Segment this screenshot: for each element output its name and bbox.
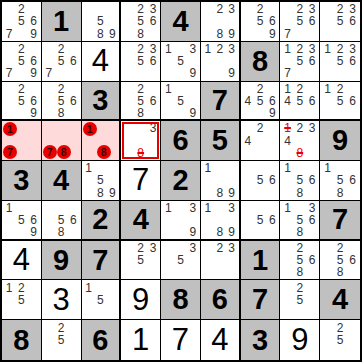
cell-r9c8[interactable]: 9	[280, 320, 320, 360]
candidate-7[interactable]: 7	[281, 28, 293, 40]
cell-r8c6[interactable]: 6	[201, 280, 241, 320]
candidate-6[interactable]: 6	[346, 95, 359, 107]
candidate-1[interactable]: 1	[162, 83, 174, 95]
cell-r1c4[interactable]: 23568	[121, 2, 161, 42]
cell-r8c2[interactable]: 3	[42, 280, 82, 320]
cell-r9c5[interactable]: 7	[161, 320, 201, 360]
candidate-empty	[254, 187, 266, 199]
candidate-empty	[122, 43, 134, 55]
candidate-9[interactable]: 9	[226, 187, 238, 199]
candidate-8[interactable]: 8	[294, 266, 306, 278]
candidate-empty	[346, 187, 359, 199]
cell-r6c2[interactable]: 568	[42, 201, 82, 241]
candidate-grid: 12456	[280, 82, 319, 120]
candidate-3[interactable]: 3	[187, 43, 199, 55]
candidate-empty	[334, 107, 347, 119]
candidate-7[interactable]: 7	[3, 28, 15, 40]
cell-r4c3[interactable]: 18	[82, 121, 122, 161]
candidate-2[interactable]: 2	[334, 321, 347, 334]
candidate-5[interactable]: 5	[294, 294, 306, 306]
candidate-9[interactable]: 9	[266, 28, 278, 40]
cell-r4c9[interactable]: 9	[320, 121, 360, 161]
cell-r8c4[interactable]: 9	[121, 280, 161, 320]
candidate-5[interactable]: 5	[55, 334, 67, 347]
candidate-empty	[122, 95, 134, 107]
candidate-7[interactable]: 7	[43, 145, 57, 159]
cell-r9c3[interactable]: 6	[82, 320, 122, 360]
cell-r3c5[interactable]: 159	[161, 82, 201, 122]
candidate-1[interactable]: 1	[321, 43, 334, 55]
given-digit: 8	[161, 280, 200, 319]
candidate-empty	[242, 226, 254, 238]
candidate-empty	[321, 187, 334, 199]
candidate-9[interactable]: 9	[28, 67, 40, 79]
candidate-9[interactable]: 9	[28, 28, 40, 40]
cell-r2c8[interactable]: 123567	[280, 42, 320, 82]
candidate-7[interactable]: 7	[43, 67, 55, 79]
cell-r7c6[interactable]: 23	[201, 241, 241, 281]
candidate-8[interactable]: 8	[55, 107, 67, 119]
candidate-2[interactable]: 2	[254, 122, 266, 134]
candidate-2[interactable]: 2	[254, 83, 266, 95]
candidate-8[interactable]: 8	[294, 147, 306, 159]
candidate-1[interactable]: 1	[3, 122, 17, 136]
candidate-5[interactable]: 5	[15, 55, 27, 67]
candidate-empty	[187, 254, 199, 266]
candidate-5[interactable]: 5	[254, 214, 266, 226]
cell-r7c8[interactable]: 2568	[280, 241, 320, 281]
cell-r9c4[interactable]: 1	[121, 320, 161, 360]
cell-r3c9[interactable]: 1256	[320, 82, 360, 122]
candidate-grid: 1389	[201, 201, 239, 239]
candidate-8[interactable]: 8	[334, 187, 347, 199]
candidate-empty	[321, 174, 334, 186]
cell-r1c3[interactable]: 589	[82, 2, 122, 42]
cell-r5c1[interactable]: 3	[2, 161, 42, 201]
candidate-9[interactable]: 9	[266, 107, 278, 119]
cell-r3c4[interactable]: 2568	[121, 82, 161, 122]
candidate-empty	[3, 306, 15, 318]
given-digit: 9	[42, 241, 81, 280]
cell-r8c8[interactable]: 25	[280, 280, 320, 320]
candidate-empty	[306, 147, 318, 159]
candidate-empty	[55, 202, 67, 214]
candidate-empty	[242, 214, 254, 226]
cell-r7c7[interactable]: 1	[241, 241, 281, 281]
candidate-empty	[28, 122, 39, 136]
candidate-1[interactable]: 1	[162, 43, 174, 55]
candidate-5[interactable]: 5	[334, 55, 347, 67]
candidate-empty	[106, 3, 118, 15]
cell-r6c1[interactable]: 1569	[2, 201, 42, 241]
given-digit: 4	[42, 161, 81, 200]
cell-r4c6[interactable]: 5	[201, 121, 241, 161]
candidate-8[interactable]: 8	[135, 107, 147, 119]
cell-r8c1[interactable]: 125	[2, 280, 42, 320]
candidate-1[interactable]: 1	[202, 202, 214, 214]
candidate-empty	[294, 28, 306, 40]
candidate-grid: 1568	[320, 161, 360, 200]
candidate-7[interactable]: 7	[3, 67, 15, 79]
cell-r5c5[interactable]: 2	[161, 161, 201, 201]
candidate-5[interactable]: 5	[174, 254, 186, 266]
candidate-empty	[147, 67, 159, 79]
cell-r2c3[interactable]: 4	[82, 42, 122, 82]
cell-r3c7[interactable]: 24569	[241, 82, 281, 122]
candidate-1[interactable]: 1	[83, 162, 95, 174]
candidate-5[interactable]: 5	[55, 214, 67, 226]
candidate-2[interactable]: 2	[135, 83, 147, 95]
candidate-3[interactable]: 3	[226, 43, 238, 55]
candidate-3[interactable]: 3	[187, 242, 199, 254]
candidate-6[interactable]: 6	[266, 214, 278, 226]
candidate-1[interactable]: 1	[281, 202, 293, 214]
candidate-empty	[97, 136, 111, 145]
candidate-6[interactable]: 6	[147, 15, 159, 27]
candidate-empty	[294, 107, 306, 119]
cell-r6c3[interactable]: 2	[82, 201, 122, 241]
candidate-1[interactable]: 1	[83, 281, 95, 293]
cell-r6c5[interactable]: 139	[161, 201, 201, 241]
candidate-8[interactable]: 8	[55, 226, 67, 238]
cell-r1c5[interactable]: 4	[161, 2, 201, 42]
candidate-5[interactable]: 5	[334, 15, 347, 27]
candidate-7[interactable]: 7	[281, 67, 293, 79]
candidate-1[interactable]: 1	[321, 162, 334, 174]
candidate-empty	[43, 83, 55, 95]
candidate-1[interactable]: 1	[3, 281, 15, 293]
candidate-1[interactable]: 1	[281, 43, 293, 55]
candidate-6[interactable]: 6	[346, 55, 359, 67]
cell-r3c1[interactable]: 2569	[2, 82, 42, 122]
candidate-grid: 2568	[121, 82, 160, 120]
candidate-6[interactable]: 6	[306, 174, 318, 186]
candidate-4[interactable]: 4	[242, 135, 254, 147]
candidate-empty	[321, 28, 334, 40]
candidate-empty	[162, 107, 174, 119]
candidate-empty	[71, 134, 80, 145]
candidate-6[interactable]: 6	[346, 15, 359, 27]
candidate-8[interactable]: 8	[57, 145, 71, 159]
candidate-empty	[3, 226, 15, 238]
candidate-5[interactable]: 5	[15, 95, 27, 107]
candidate-5[interactable]: 5	[174, 55, 186, 67]
cell-r6c4[interactable]: 4	[121, 201, 161, 241]
cell-r5c7[interactable]: 56	[241, 161, 281, 201]
candidate-5[interactable]: 5	[294, 174, 306, 186]
candidate-empty	[67, 83, 79, 95]
cell-r7c5[interactable]: 35	[161, 241, 201, 281]
cell-r9c6[interactable]: 4	[201, 320, 241, 360]
candidate-1[interactable]: 1	[162, 202, 174, 214]
candidate-9[interactable]: 9	[28, 226, 40, 238]
candidate-grid: 23	[201, 241, 239, 280]
candidate-5[interactable]: 5	[135, 254, 147, 266]
candidate-empty	[83, 15, 95, 27]
candidate-empty	[321, 321, 334, 334]
cell-r5c9[interactable]: 1568	[320, 161, 360, 201]
cell-r7c1[interactable]: 4	[2, 241, 42, 281]
candidate-empty	[306, 187, 318, 199]
candidate-empty	[17, 145, 28, 159]
candidate-6[interactable]: 6	[306, 15, 318, 27]
candidate-6[interactable]: 6	[266, 95, 278, 107]
candidate-7[interactable]: 7	[3, 145, 17, 159]
candidate-9[interactable]: 9	[226, 226, 238, 238]
candidate-6[interactable]: 6	[266, 15, 278, 27]
solved-digit: 9	[280, 320, 319, 360]
cell-r7c2[interactable]: 9	[42, 241, 82, 281]
candidate-5[interactable]: 5	[94, 15, 106, 27]
candidate-2[interactable]: 2	[294, 281, 306, 293]
candidate-empty	[147, 107, 159, 119]
candidate-5[interactable]: 5	[254, 174, 266, 186]
candidate-empty	[266, 147, 278, 159]
candidate-6[interactable]: 6	[28, 95, 40, 107]
candidate-5[interactable]: 5	[55, 55, 67, 67]
cell-r7c9[interactable]: 2568	[320, 241, 360, 281]
candidate-8[interactable]: 8	[214, 187, 226, 199]
cell-r1c9[interactable]: 2356	[320, 2, 360, 42]
cell-r6c6[interactable]: 1389	[201, 201, 241, 241]
candidate-5[interactable]: 5	[15, 294, 27, 306]
cell-r5c8[interactable]: 1568	[280, 161, 320, 201]
candidate-8[interactable]: 8	[294, 226, 306, 238]
cell-r5c2[interactable]: 4	[42, 161, 82, 201]
candidate-2[interactable]: 2	[214, 3, 226, 15]
candidate-empty	[321, 254, 334, 266]
candidate-9[interactable]: 9	[226, 67, 238, 79]
candidate-6[interactable]: 6	[346, 254, 359, 266]
candidate-2[interactable]: 2	[214, 43, 226, 55]
candidate-6[interactable]: 6	[67, 214, 79, 226]
candidate-1[interactable]: 1	[83, 122, 97, 136]
cell-r1c6[interactable]: 2389	[201, 2, 241, 42]
cell-r2c9[interactable]: 12356	[320, 42, 360, 82]
candidate-2[interactable]: 2	[294, 83, 306, 95]
cell-r5c3[interactable]: 1589	[82, 161, 122, 201]
candidate-9[interactable]: 9	[226, 28, 238, 40]
candidate-6[interactable]: 6	[67, 95, 79, 107]
candidate-empty	[254, 107, 266, 119]
cell-r5c4[interactable]: 7	[121, 161, 161, 201]
cell-r2c6[interactable]: 1239	[201, 42, 241, 82]
cell-r1c7[interactable]: 2569	[241, 2, 281, 42]
given-digit: 5	[201, 121, 239, 160]
candidate-2[interactable]: 2	[294, 122, 306, 134]
candidate-grid: 2356	[320, 2, 360, 41]
candidate-empty	[83, 136, 97, 145]
cell-r3c8[interactable]: 12456	[280, 82, 320, 122]
candidate-3[interactable]: 3	[147, 242, 159, 254]
cell-r1c1[interactable]: 25679	[2, 2, 42, 42]
candidate-3[interactable]: 3	[306, 122, 318, 134]
candidate-6[interactable]: 6	[306, 55, 318, 67]
cell-r4c7[interactable]: 24	[241, 121, 281, 161]
candidate-1[interactable]: 1	[281, 162, 293, 174]
cell-r2c1[interactable]: 25679	[2, 42, 42, 82]
candidate-empty	[266, 83, 278, 95]
cell-r7c4[interactable]: 235	[121, 241, 161, 281]
candidate-empty	[242, 3, 254, 15]
candidate-3[interactable]: 3	[226, 202, 238, 214]
cell-r3c3[interactable]: 3	[82, 82, 122, 122]
candidate-empty	[106, 15, 118, 27]
candidate-8[interactable]: 8	[294, 187, 306, 199]
cell-r4c1[interactable]: 17	[2, 121, 42, 161]
candidate-9[interactable]: 9	[28, 107, 40, 119]
candidate-8[interactable]: 8	[94, 187, 106, 199]
candidate-3[interactable]: 3	[226, 3, 238, 15]
candidate-5[interactable]: 5	[94, 174, 106, 186]
candidate-1[interactable]: 1	[202, 43, 214, 55]
candidate-9[interactable]: 9	[187, 107, 199, 119]
cell-r4c8[interactable]: 12348	[280, 121, 320, 161]
candidate-3[interactable]: 3	[187, 202, 199, 214]
candidate-2[interactable]: 2	[15, 83, 27, 95]
candidate-5[interactable]: 5	[15, 15, 27, 27]
candidate-9[interactable]: 9	[187, 67, 199, 79]
candidate-empty	[122, 67, 134, 79]
candidate-6[interactable]: 6	[346, 174, 359, 186]
candidate-6[interactable]: 6	[266, 174, 278, 186]
candidate-empty	[43, 321, 55, 334]
cell-r7c3[interactable]: 7	[82, 241, 122, 281]
candidate-5[interactable]: 5	[94, 294, 106, 306]
candidate-4[interactable]: 4	[242, 95, 254, 107]
candidate-empty	[321, 334, 334, 347]
candidate-2[interactable]: 2	[334, 83, 347, 95]
solved-digit: 7	[121, 161, 160, 200]
cell-r6c9[interactable]: 7	[320, 201, 360, 241]
candidate-6[interactable]: 6	[147, 55, 159, 67]
candidate-5[interactable]: 5	[174, 95, 186, 107]
candidate-empty	[242, 174, 254, 186]
candidate-1[interactable]: 1	[202, 162, 214, 174]
cell-r9c2[interactable]: 25	[42, 320, 82, 360]
candidate-5[interactable]: 5	[334, 174, 347, 186]
candidate-empty	[242, 28, 254, 40]
candidate-empty	[122, 254, 134, 266]
candidate-8[interactable]: 8	[135, 28, 147, 40]
candidate-5[interactable]: 5	[334, 95, 347, 107]
given-digit: 2	[82, 201, 120, 239]
candidate-9[interactable]: 9	[106, 187, 118, 199]
candidate-empty	[97, 122, 111, 136]
candidate-1[interactable]: 1	[281, 83, 293, 95]
candidate-5[interactable]: 5	[294, 95, 306, 107]
candidate-8[interactable]: 8	[97, 145, 111, 159]
cell-r9c7[interactable]: 3	[241, 320, 281, 360]
cell-r9c9[interactable]: 25	[320, 320, 360, 360]
cell-r9c1[interactable]: 8	[2, 320, 42, 360]
given-digit: 6	[161, 121, 200, 160]
cell-r8c3[interactable]: 15	[82, 280, 122, 320]
candidate-grid: 123567	[280, 42, 319, 81]
cell-r5c6[interactable]: 189	[201, 161, 241, 201]
candidate-2[interactable]: 2	[55, 83, 67, 95]
cell-r2c7[interactable]: 8	[241, 42, 281, 82]
candidate-5[interactable]: 5	[135, 15, 147, 27]
cell-r8c9[interactable]: 4	[320, 280, 360, 320]
cell-r4c2[interactable]: 78	[42, 121, 82, 161]
candidate-5[interactable]: 5	[334, 334, 347, 347]
given-digit: 8	[241, 42, 280, 81]
candidate-empty	[254, 135, 266, 147]
candidate-empty	[122, 15, 134, 27]
cell-r8c5[interactable]: 8	[161, 280, 201, 320]
candidate-6[interactable]: 6	[28, 15, 40, 27]
candidate-5[interactable]: 5	[294, 15, 306, 27]
cell-r2c5[interactable]: 1359	[161, 42, 201, 82]
candidate-4[interactable]: 4	[281, 135, 293, 147]
candidate-empty	[202, 174, 214, 186]
candidate-5[interactable]: 5	[135, 95, 147, 107]
cell-r2c4[interactable]: 2356	[121, 42, 161, 82]
candidate-2[interactable]: 2	[214, 242, 226, 254]
candidate-grid: 2568	[320, 241, 360, 280]
candidate-3[interactable]: 3	[226, 242, 238, 254]
candidate-8[interactable]: 8	[94, 28, 106, 40]
candidate-empty	[111, 122, 119, 136]
candidate-empty	[147, 83, 159, 95]
candidate-4[interactable]: 4	[281, 95, 293, 107]
candidate-6[interactable]: 6	[306, 95, 318, 107]
candidate-6[interactable]: 6	[306, 254, 318, 266]
solved-digit: 7	[161, 320, 200, 360]
cell-r4c4[interactable]: 38	[121, 121, 161, 161]
cell-r4c5[interactable]: 6	[161, 121, 201, 161]
cell-r3c6[interactable]: 7	[201, 82, 241, 122]
candidate-empty	[135, 122, 147, 134]
candidate-8[interactable]: 8	[214, 226, 226, 238]
candidate-6[interactable]: 6	[67, 55, 79, 67]
candidate-5[interactable]: 5	[15, 214, 27, 226]
cell-r8c7[interactable]: 7	[241, 280, 281, 320]
cell-r6c7[interactable]: 56	[241, 201, 281, 241]
candidate-1[interactable]: 1	[281, 122, 293, 134]
candidate-5[interactable]: 5	[294, 55, 306, 67]
candidate-3[interactable]: 3	[147, 122, 159, 134]
candidate-empty	[43, 95, 55, 107]
candidate-1[interactable]: 1	[321, 83, 334, 95]
cell-r1c8[interactable]: 23567	[280, 2, 320, 42]
candidate-8[interactable]: 8	[214, 28, 226, 40]
candidate-empty	[306, 226, 318, 238]
candidate-6[interactable]: 6	[306, 214, 318, 226]
candidate-5[interactable]: 5	[254, 15, 266, 27]
cell-r2c2[interactable]: 2567	[42, 42, 82, 82]
cell-r3c2[interactable]: 2568	[42, 82, 82, 122]
candidate-1[interactable]: 1	[3, 202, 15, 214]
candidate-empty	[202, 254, 214, 266]
candidate-empty	[3, 15, 15, 27]
candidate-9[interactable]: 9	[106, 28, 118, 40]
candidate-8[interactable]: 8	[135, 147, 147, 159]
cell-r6c8[interactable]: 13568	[280, 201, 320, 241]
cell-r1c2[interactable]: 1	[42, 2, 82, 42]
candidate-6[interactable]: 6	[147, 95, 159, 107]
candidate-5[interactable]: 5	[254, 95, 266, 107]
candidate-5[interactable]: 5	[135, 55, 147, 67]
given-digit: 3	[82, 82, 120, 120]
candidate-5[interactable]: 5	[55, 95, 67, 107]
candidate-9[interactable]: 9	[187, 226, 199, 238]
candidate-2[interactable]: 2	[15, 281, 27, 293]
candidate-empty	[226, 162, 238, 174]
candidate-8[interactable]: 8	[334, 266, 347, 278]
candidate-2[interactable]: 2	[55, 321, 67, 334]
